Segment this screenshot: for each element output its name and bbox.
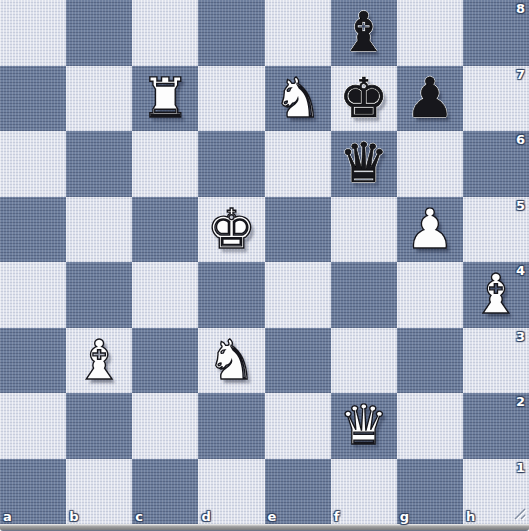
square-c4[interactable]: [132, 262, 198, 328]
square-f1[interactable]: f: [331, 459, 397, 525]
square-b2[interactable]: [66, 393, 132, 459]
square-d7[interactable]: [198, 66, 264, 132]
file-label-h: h: [466, 509, 475, 524]
square-f7[interactable]: ♚: [331, 66, 397, 132]
square-e1[interactable]: e: [265, 459, 331, 525]
square-h5[interactable]: 5: [463, 197, 529, 263]
square-f2[interactable]: ♛: [331, 393, 397, 459]
square-c3[interactable]: [132, 328, 198, 394]
square-d8[interactable]: [198, 0, 264, 66]
file-label-e: e: [268, 509, 277, 524]
square-a3[interactable]: [0, 328, 66, 394]
square-a2[interactable]: [0, 393, 66, 459]
square-g6[interactable]: [397, 131, 463, 197]
square-e5[interactable]: [265, 197, 331, 263]
rank-label-4: 4: [516, 263, 525, 278]
square-a1[interactable]: a: [0, 459, 66, 525]
white-rook[interactable]: ♜: [132, 66, 198, 132]
square-b8[interactable]: [66, 0, 132, 66]
square-f6[interactable]: ♛: [331, 131, 397, 197]
file-label-a: a: [3, 509, 12, 524]
square-d1[interactable]: d: [198, 459, 264, 525]
square-f8[interactable]: ♝: [331, 0, 397, 66]
rank-label-5: 5: [516, 198, 525, 213]
square-c7[interactable]: ♜: [132, 66, 198, 132]
square-g1[interactable]: g: [397, 459, 463, 525]
square-h3[interactable]: 3: [463, 328, 529, 394]
file-label-f: f: [334, 509, 340, 524]
rank-label-6: 6: [516, 132, 525, 147]
square-h8[interactable]: 8: [463, 0, 529, 66]
square-a8[interactable]: [0, 0, 66, 66]
square-c1[interactable]: c: [132, 459, 198, 525]
rank-label-1: 1: [516, 460, 525, 475]
rank-label-3: 3: [516, 329, 525, 344]
square-e8[interactable]: [265, 0, 331, 66]
square-h2[interactable]: 2: [463, 393, 529, 459]
white-bishop[interactable]: ♝: [66, 328, 132, 394]
window-statusbar: [0, 524, 529, 531]
square-g8[interactable]: [397, 0, 463, 66]
square-a5[interactable]: [0, 197, 66, 263]
square-b7[interactable]: [66, 66, 132, 132]
white-king[interactable]: ♚: [198, 197, 264, 263]
square-a6[interactable]: [0, 131, 66, 197]
square-b6[interactable]: [66, 131, 132, 197]
square-d4[interactable]: [198, 262, 264, 328]
square-c6[interactable]: [132, 131, 198, 197]
square-f4[interactable]: [331, 262, 397, 328]
square-d3[interactable]: ♞: [198, 328, 264, 394]
square-g5[interactable]: ♟: [397, 197, 463, 263]
square-e7[interactable]: ♞: [265, 66, 331, 132]
square-e2[interactable]: [265, 393, 331, 459]
file-label-d: d: [201, 509, 210, 524]
square-h7[interactable]: 7: [463, 66, 529, 132]
square-c8[interactable]: [132, 0, 198, 66]
square-g2[interactable]: [397, 393, 463, 459]
black-queen[interactable]: ♛: [331, 131, 397, 197]
white-knight[interactable]: ♞: [265, 66, 331, 132]
square-g3[interactable]: [397, 328, 463, 394]
square-e3[interactable]: [265, 328, 331, 394]
square-e6[interactable]: [265, 131, 331, 197]
file-label-g: g: [400, 509, 409, 524]
chess-app-window: ♝8♜♞♚♟7♛6♚♟5♝4♝♞3♛2abcdefg1h: [0, 0, 529, 531]
black-king[interactable]: ♚: [331, 66, 397, 132]
chess-board: ♝8♜♞♚♟7♛6♚♟5♝4♝♞3♛2abcdefg1h: [0, 0, 529, 524]
square-c5[interactable]: [132, 197, 198, 263]
white-knight[interactable]: ♞: [198, 328, 264, 394]
white-queen[interactable]: ♛: [331, 393, 397, 459]
resize-grip-icon[interactable]: [512, 507, 527, 522]
square-g4[interactable]: [397, 262, 463, 328]
square-h6[interactable]: 6: [463, 131, 529, 197]
black-bishop[interactable]: ♝: [331, 0, 397, 66]
rank-label-7: 7: [516, 67, 525, 82]
square-b4[interactable]: [66, 262, 132, 328]
square-b3[interactable]: ♝: [66, 328, 132, 394]
rank-label-2: 2: [516, 394, 525, 409]
white-pawn[interactable]: ♟: [397, 197, 463, 263]
square-a7[interactable]: [0, 66, 66, 132]
square-d5[interactable]: ♚: [198, 197, 264, 263]
square-b5[interactable]: [66, 197, 132, 263]
square-c2[interactable]: [132, 393, 198, 459]
square-d2[interactable]: [198, 393, 264, 459]
file-label-c: c: [135, 509, 143, 524]
square-a4[interactable]: [0, 262, 66, 328]
square-f3[interactable]: [331, 328, 397, 394]
square-h4[interactable]: ♝4: [463, 262, 529, 328]
black-pawn[interactable]: ♟: [397, 66, 463, 132]
rank-label-8: 8: [516, 1, 525, 16]
square-b1[interactable]: b: [66, 459, 132, 525]
square-e4[interactable]: [265, 262, 331, 328]
square-f5[interactable]: [331, 197, 397, 263]
file-label-b: b: [69, 509, 78, 524]
square-g7[interactable]: ♟: [397, 66, 463, 132]
square-d6[interactable]: [198, 131, 264, 197]
